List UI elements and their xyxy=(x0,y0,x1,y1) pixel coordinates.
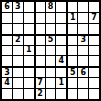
sudoku-cell-r2c6[interactable] xyxy=(56,13,66,23)
sudoku-cell-r4c1[interactable] xyxy=(2,35,12,45)
sudoku-cell-r5c8[interactable] xyxy=(78,46,88,56)
given-digit: 7 xyxy=(37,79,43,87)
sudoku-cell-r2c9[interactable]: 7 xyxy=(89,13,99,23)
sudoku-cell-r5c5[interactable] xyxy=(46,46,56,56)
sudoku-cell-r7c5[interactable] xyxy=(46,67,56,77)
sudoku-cell-r2c7[interactable]: 1 xyxy=(67,13,77,23)
sudoku-cell-r3c1[interactable] xyxy=(2,24,12,34)
sudoku-cell-r3c4[interactable] xyxy=(35,24,45,34)
sudoku-cell-r8c3[interactable] xyxy=(24,78,34,88)
sudoku-cell-r2c8[interactable] xyxy=(78,13,88,23)
sudoku-cell-r4c6[interactable] xyxy=(56,35,66,45)
sudoku-cell-r2c3[interactable] xyxy=(24,13,34,23)
sudoku-cell-r1c7[interactable] xyxy=(67,2,77,12)
sudoku-cell-r8c8[interactable] xyxy=(78,78,88,88)
sudoku-cell-r8c4[interactable]: 7 xyxy=(35,78,45,88)
given-digit: 6 xyxy=(80,69,86,77)
sudoku-cell-r6c3[interactable] xyxy=(24,56,34,66)
sudoku-cell-r3c5[interactable] xyxy=(46,24,56,34)
given-digit: 5 xyxy=(70,69,76,77)
sudoku-cell-r5c3[interactable]: 1 xyxy=(24,46,34,56)
sudoku-cell-r2c1[interactable] xyxy=(2,13,12,23)
sudoku-cell-r1c1[interactable]: 6 xyxy=(2,2,12,12)
sudoku-cell-r6c5[interactable] xyxy=(46,56,56,66)
sudoku-cell-r9c8[interactable] xyxy=(78,89,88,99)
given-digit: 1 xyxy=(70,14,76,22)
sudoku-cell-r6c9[interactable] xyxy=(89,56,99,66)
sudoku-cell-r6c2[interactable] xyxy=(13,56,23,66)
sudoku-cell-r3c6[interactable] xyxy=(56,24,66,34)
sudoku-cell-r4c9[interactable] xyxy=(89,35,99,45)
sudoku-cell-r7c2[interactable] xyxy=(13,67,23,77)
sudoku-cell-r7c7[interactable]: 5 xyxy=(67,67,77,77)
sudoku-cell-r2c2[interactable] xyxy=(13,13,23,23)
given-digit: 6 xyxy=(4,3,10,11)
sudoku-cell-r1c2[interactable]: 3 xyxy=(13,2,23,12)
sudoku-cell-r7c9[interactable] xyxy=(89,67,99,77)
given-digit: 5 xyxy=(48,36,54,44)
sudoku-cell-r5c6[interactable] xyxy=(56,46,66,56)
given-digit: 2 xyxy=(15,36,21,44)
sudoku-cell-r7c8[interactable]: 6 xyxy=(78,67,88,77)
sudoku-cell-r3c9[interactable] xyxy=(89,24,99,34)
sudoku-cell-r8c5[interactable] xyxy=(46,78,56,88)
sudoku-cell-r9c9[interactable] xyxy=(89,89,99,99)
sudoku-cell-r2c4[interactable] xyxy=(35,13,45,23)
given-digit: 3 xyxy=(4,69,10,77)
given-digit: 4 xyxy=(59,57,65,65)
sudoku-cell-r7c3[interactable] xyxy=(24,67,34,77)
given-digit: 8 xyxy=(48,3,54,11)
sudoku-cell-r4c2[interactable]: 2 xyxy=(13,35,23,45)
sudoku-cell-r8c1[interactable]: 4 xyxy=(2,78,12,88)
sudoku-cell-r7c1[interactable]: 3 xyxy=(2,67,12,77)
sudoku-cell-r4c5[interactable]: 5 xyxy=(46,35,56,45)
sudoku-cell-r5c1[interactable] xyxy=(2,46,12,56)
sudoku-cell-r9c7[interactable] xyxy=(67,89,77,99)
given-digit: 7 xyxy=(91,14,97,22)
sudoku-cell-r8c9[interactable] xyxy=(89,78,99,88)
given-digit: 1 xyxy=(59,79,65,87)
sudoku-cell-r6c6[interactable]: 4 xyxy=(56,56,66,66)
sudoku-cell-r3c2[interactable] xyxy=(13,24,23,34)
sudoku-cell-r8c2[interactable] xyxy=(13,78,23,88)
sudoku-cell-r3c7[interactable] xyxy=(67,24,77,34)
sudoku-cell-r6c4[interactable] xyxy=(35,56,45,66)
given-digit: 3 xyxy=(15,3,21,11)
sudoku-cell-r6c8[interactable] xyxy=(78,56,88,66)
sudoku-cell-r5c9[interactable] xyxy=(89,46,99,56)
sudoku-cell-r9c6[interactable] xyxy=(56,89,66,99)
sudoku-cell-r3c8[interactable] xyxy=(78,24,88,34)
given-digit: 3 xyxy=(80,36,86,44)
sudoku-cell-r5c4[interactable] xyxy=(35,46,45,56)
given-digit: 4 xyxy=(4,79,10,87)
sudoku-cell-r5c2[interactable] xyxy=(13,46,23,56)
sudoku-cell-r2c5[interactable] xyxy=(46,13,56,23)
sudoku-cell-r9c5[interactable] xyxy=(46,89,56,99)
sudoku-cell-r4c7[interactable] xyxy=(67,35,77,45)
sudoku-cell-r1c3[interactable] xyxy=(24,2,34,12)
sudoku-cell-r6c7[interactable] xyxy=(67,56,77,66)
sudoku-cell-r7c4[interactable] xyxy=(35,67,45,77)
sudoku-cell-r9c3[interactable] xyxy=(24,89,34,99)
sudoku-cell-r4c4[interactable] xyxy=(35,35,45,45)
sudoku-cell-r5c7[interactable] xyxy=(67,46,77,56)
sudoku-cell-r1c4[interactable] xyxy=(35,2,45,12)
sudoku-cell-r7c6[interactable] xyxy=(56,67,66,77)
sudoku-cell-r4c8[interactable]: 3 xyxy=(78,35,88,45)
sudoku-cell-r6c1[interactable] xyxy=(2,56,12,66)
given-digit: 1 xyxy=(26,46,32,54)
sudoku-cell-r1c6[interactable] xyxy=(56,2,66,12)
sudoku-cell-r1c9[interactable] xyxy=(89,2,99,12)
sudoku-cell-r4c3[interactable] xyxy=(24,35,34,45)
sudoku-cell-r8c6[interactable]: 1 xyxy=(56,78,66,88)
sudoku-cell-r1c5[interactable]: 8 xyxy=(46,2,56,12)
sudoku-cell-r9c4[interactable]: 2 xyxy=(35,89,45,99)
sudoku-cell-r9c1[interactable] xyxy=(2,89,12,99)
given-digit: 2 xyxy=(37,90,43,98)
sudoku-cell-r9c2[interactable] xyxy=(13,89,23,99)
sudoku-cell-r3c3[interactable] xyxy=(24,24,34,34)
sudoku-board: 63817253143564712 xyxy=(0,0,101,101)
sudoku-cell-r8c7[interactable] xyxy=(67,78,77,88)
sudoku-cell-r1c8[interactable] xyxy=(78,2,88,12)
